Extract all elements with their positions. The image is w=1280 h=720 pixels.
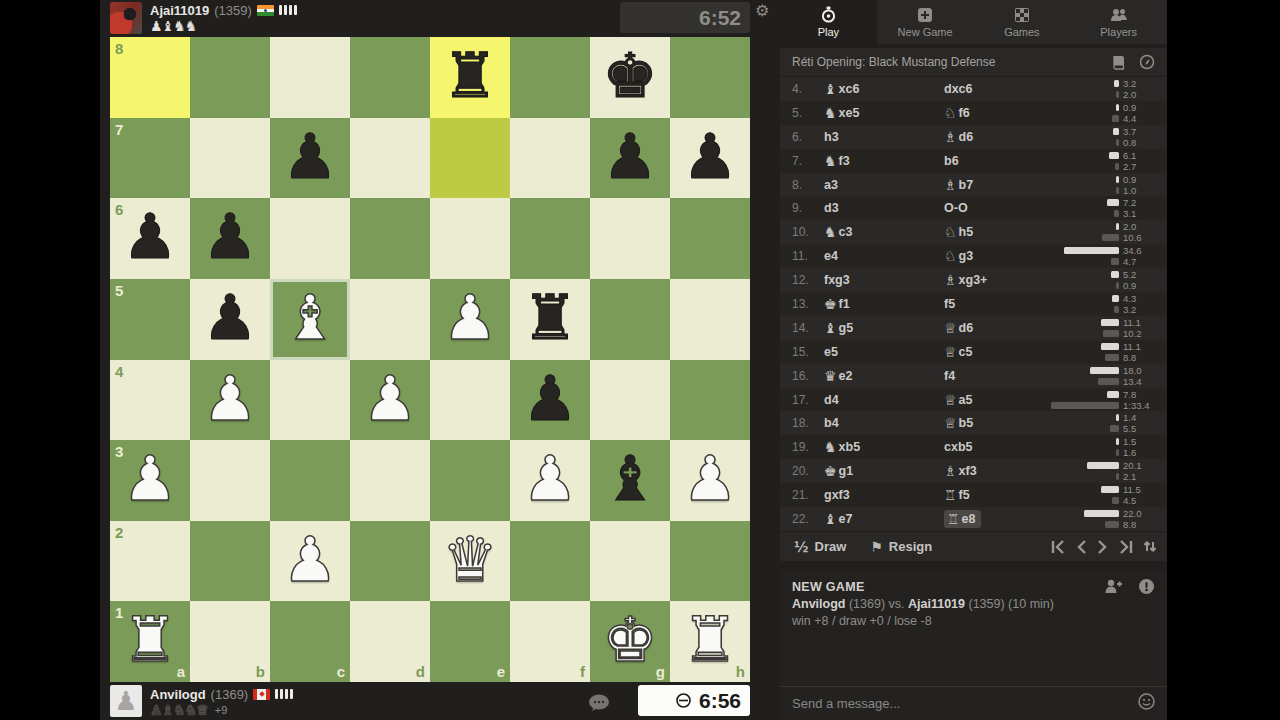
time-bar — [1116, 414, 1119, 421]
white-move[interactable]: h3 — [810, 130, 930, 144]
black-move[interactable]: ♗b7 — [930, 177, 1050, 193]
move-san: a3 — [824, 178, 838, 192]
chat-bubble-icon[interactable] — [588, 694, 612, 712]
black-move[interactable]: ♗xf3 — [930, 463, 1050, 479]
move-row-15: 15.e5♕c511.18.8 — [780, 340, 1167, 364]
move-san: b7 — [959, 178, 974, 192]
move-san: gxf3 — [824, 488, 850, 502]
white-queen-e2[interactable]: ♛ — [430, 521, 510, 602]
square-f7[interactable] — [510, 118, 590, 199]
white-move[interactable]: gxf3 — [810, 488, 930, 502]
move-times: 11.110.2 — [1101, 316, 1159, 340]
time-bar — [1090, 367, 1119, 374]
square-a2[interactable]: 2 — [110, 521, 190, 602]
move-number: 13. — [780, 297, 810, 311]
player-name-text: Ajai11019 — [908, 597, 965, 611]
square-c5[interactable]: ♝ — [270, 279, 350, 360]
move-san: e2 — [839, 369, 853, 383]
square-b4[interactable]: ♟ — [190, 360, 270, 441]
square-h6[interactable] — [670, 198, 750, 279]
white-bishop-c5[interactable]: ♝ — [270, 279, 350, 360]
time-value: 5.5 — [1123, 423, 1159, 434]
time-value: 2.0 — [1123, 221, 1159, 232]
time-value: 1.4 — [1123, 412, 1159, 423]
move-row-14: 14.♝g5♕d611.110.2 — [780, 316, 1167, 340]
summary-text: (10 min) — [1008, 597, 1054, 611]
black-move[interactable]: f5 — [930, 297, 1050, 311]
move-number: 22. — [780, 512, 810, 526]
time-value: 1:33.4 — [1123, 400, 1159, 411]
knight-figurine: ♞ — [824, 153, 837, 169]
time-value: 1.5 — [1123, 436, 1159, 447]
move-number: 14. — [780, 321, 810, 335]
white-move[interactable]: ♝g5 — [810, 320, 930, 336]
tab-players[interactable]: Players — [1070, 0, 1167, 44]
opening-bar: Réti Opening: Black Mustang Defense — [780, 48, 1167, 76]
time-bar — [1116, 91, 1119, 98]
top-player-bar: Ajai11019 (1359) ♟♝♞♞ 6:52 — [110, 0, 750, 37]
time-bar — [1102, 234, 1119, 241]
move-san: e5 — [824, 345, 838, 359]
time-value: 8.8 — [1123, 352, 1159, 363]
time-bar — [1101, 319, 1119, 326]
move-san: dxc6 — [944, 82, 973, 96]
square-a3[interactable]: 3♟ — [110, 440, 190, 521]
alert-icon[interactable] — [1138, 578, 1155, 595]
square-c6[interactable] — [270, 198, 350, 279]
time-bar — [1101, 486, 1119, 493]
white-move[interactable]: fxg3 — [810, 273, 930, 287]
time-bar — [1116, 473, 1119, 480]
top-player-name[interactable]: Ajai11019 — [150, 3, 209, 18]
move-times: 0.91.0 — [1116, 173, 1159, 197]
time-bar — [1116, 139, 1119, 146]
square-g6[interactable] — [590, 198, 670, 279]
current-move-chip[interactable]: ♖e8 — [944, 510, 981, 528]
square-a6[interactable]: 6♟ — [110, 198, 190, 279]
black-move[interactable]: ♗d6 — [930, 129, 1050, 145]
compass-icon[interactable] — [1139, 54, 1155, 70]
rating-odds: win +8 / draw +0 / lose -8 — [792, 614, 932, 628]
move-san: b5 — [959, 416, 974, 430]
black-move[interactable]: dxc6 — [930, 82, 1050, 96]
bishop-figurine: ♝ — [824, 511, 837, 527]
time-bar — [1114, 306, 1119, 313]
file-label-f: f — [580, 663, 585, 680]
bottom-player-avatar[interactable]: ♟ — [110, 685, 142, 717]
time-value: 6.1 — [1123, 150, 1159, 161]
time-value: 0.9 — [1123, 174, 1159, 185]
time-value: 34.6 — [1123, 245, 1159, 256]
time-value: 0.9 — [1123, 102, 1159, 113]
square-b1[interactable]: b — [190, 601, 270, 682]
move-number: 9. — [780, 201, 810, 215]
black-pawn-g7[interactable]: ♟ — [590, 118, 670, 199]
square-h1[interactable]: h♜ — [670, 601, 750, 682]
black-move[interactable]: O-O — [930, 201, 1050, 215]
time-value: 13.4 — [1123, 376, 1159, 387]
tab-new-game[interactable]: New Game — [877, 0, 974, 44]
flip-board-button[interactable] — [1143, 539, 1157, 554]
move-times: 5.20.9 — [1111, 268, 1159, 292]
black-move[interactable]: ♘g3 — [930, 248, 1050, 264]
india-flag-icon — [257, 5, 274, 16]
draw-button[interactable]: ½ Draw — [794, 539, 846, 555]
square-c4[interactable] — [270, 360, 350, 441]
square-e5[interactable]: ♟ — [430, 279, 510, 360]
time-bar — [1113, 128, 1119, 135]
move-times: 6.12.7 — [1109, 149, 1159, 173]
move-san: e8 — [962, 512, 976, 526]
tab-play[interactable]: Play — [780, 0, 877, 44]
square-e6[interactable] — [430, 198, 510, 279]
last-move-button[interactable] — [1118, 540, 1133, 554]
move-san: f4 — [944, 369, 955, 383]
square-b8[interactable] — [190, 37, 270, 118]
bottom-player-clock: 6:56 — [638, 685, 750, 716]
file-label-b: b — [256, 663, 265, 680]
black-move[interactable]: ♘h5 — [930, 224, 1050, 240]
square-a4[interactable]: 4 — [110, 360, 190, 441]
black-bishop-g3[interactable]: ♝ — [590, 440, 670, 521]
time-bar — [1112, 497, 1119, 504]
queen-figurine: ♕ — [944, 344, 957, 360]
bottom-player-name[interactable]: Anvilogd — [150, 687, 206, 702]
black-king-g8[interactable]: ♚ — [590, 37, 670, 118]
square-e1[interactable]: e — [430, 601, 510, 682]
square-b7[interactable] — [190, 118, 270, 199]
queen-figurine: ♕ — [944, 415, 957, 431]
move-san: g5 — [839, 321, 854, 335]
bishop-figurine: ♝ — [824, 320, 837, 336]
white-pawn-b4[interactable]: ♟ — [190, 360, 270, 441]
move-times: 7.81:33.4 — [1051, 388, 1159, 412]
white-pawn-f3[interactable]: ♟ — [510, 440, 590, 521]
square-d6[interactable] — [350, 198, 430, 279]
signal-bars-icon — [275, 689, 293, 699]
square-c2[interactable]: ♟ — [270, 521, 350, 602]
black-move[interactable]: b6 — [930, 154, 1050, 168]
square-d8[interactable] — [350, 37, 430, 118]
move-times: 7.23.1 — [1107, 196, 1159, 220]
move-number: 6. — [780, 130, 810, 144]
square-e2[interactable]: ♛ — [430, 521, 510, 602]
black-move[interactable]: ♕c5 — [930, 344, 1050, 360]
move-times: 1.51.6 — [1116, 435, 1159, 459]
players-icon — [1110, 7, 1128, 23]
black-pawn-a6[interactable]: ♟ — [110, 198, 190, 279]
move-times: 34.64.7 — [1064, 244, 1159, 268]
move-number: 12. — [780, 273, 810, 287]
time-bar — [1064, 247, 1119, 254]
move-san: f6 — [959, 106, 970, 120]
square-c3[interactable] — [270, 440, 350, 521]
white-pawn-d4[interactable]: ♟ — [350, 360, 430, 441]
move-row-21: 21.gxf3♖f511.54.5 — [780, 483, 1167, 507]
white-move[interactable]: a3 — [810, 178, 930, 192]
white-move[interactable]: b4 — [810, 416, 930, 430]
white-move[interactable]: ♞f3 — [810, 153, 930, 169]
move-times: 20.12.1 — [1087, 459, 1159, 483]
square-h7[interactable]: ♟ — [670, 118, 750, 199]
square-c7[interactable]: ♟ — [270, 118, 350, 199]
bishop-figurine: ♗ — [944, 129, 957, 145]
square-h8[interactable] — [670, 37, 750, 118]
white-rook-a1[interactable]: ♜ — [110, 601, 190, 682]
square-e4[interactable] — [430, 360, 510, 441]
square-a7[interactable]: 7 — [110, 118, 190, 199]
black-move[interactable]: ♖e8 — [930, 510, 1050, 528]
white-pawn-h3[interactable]: ♟ — [670, 440, 750, 521]
move-san: c5 — [959, 345, 973, 359]
white-move[interactable]: e5 — [810, 345, 930, 359]
move-row-10: 10.♞c3♘h52.010.6 — [780, 220, 1167, 244]
square-g5[interactable] — [590, 279, 670, 360]
file-label-e: e — [497, 663, 505, 680]
flag-icon: ⚑ — [870, 539, 883, 555]
canada-flag-icon — [253, 689, 270, 700]
time-value: 11.1 — [1123, 317, 1159, 328]
time-bar — [1110, 425, 1119, 432]
game-controls: ½ Draw ⚑ Resign — [780, 532, 1167, 561]
white-move[interactable]: ♞c3 — [810, 224, 930, 240]
move-san: e7 — [839, 512, 853, 526]
time-bar — [1087, 462, 1119, 469]
time-value: 4.4 — [1123, 113, 1159, 124]
time-value: 4.7 — [1123, 256, 1159, 267]
move-san: d6 — [959, 130, 974, 144]
black-move[interactable]: ♗xg3+ — [930, 272, 1050, 288]
square-d3[interactable] — [350, 440, 430, 521]
time-bar — [1116, 282, 1119, 289]
move-list: 4.♝xc6dxc63.22.05.♞xe5♘f60.94.46.h3♗d63.… — [780, 77, 1167, 531]
move-row-8: 8.a3♗b70.91.0 — [780, 173, 1167, 197]
square-d4[interactable]: ♟ — [350, 360, 430, 441]
first-move-button[interactable] — [1051, 540, 1066, 554]
square-d2[interactable] — [350, 521, 430, 602]
square-f6[interactable] — [510, 198, 590, 279]
move-san: d6 — [959, 321, 974, 335]
emoji-icon[interactable] — [1138, 693, 1167, 714]
move-san: b4 — [824, 416, 839, 430]
time-value: 22.0 — [1123, 508, 1159, 519]
move-san: fxg3 — [824, 273, 850, 287]
square-b5[interactable]: ♟ — [190, 279, 270, 360]
time-value: 3.7 — [1123, 126, 1159, 137]
black-pawn-c7[interactable]: ♟ — [270, 118, 350, 199]
move-san: h5 — [959, 225, 974, 239]
black-move[interactable]: ♖f5 — [930, 487, 1050, 503]
next-move-button[interactable] — [1097, 540, 1108, 554]
square-b2[interactable] — [190, 521, 270, 602]
black-move[interactable]: ♕d6 — [930, 320, 1050, 336]
black-rook-e8[interactable]: ♜ — [430, 37, 510, 118]
knight-figurine: ♘ — [944, 224, 957, 240]
time-value: 7.8 — [1123, 389, 1159, 400]
square-f5[interactable]: ♜ — [510, 279, 590, 360]
square-f8[interactable] — [510, 37, 590, 118]
black-move[interactable]: cxb5 — [930, 440, 1050, 454]
white-move[interactable]: d3 — [810, 201, 930, 215]
tab-games[interactable]: Games — [974, 0, 1071, 44]
square-f4[interactable]: ♟ — [510, 360, 590, 441]
move-san: xf3 — [959, 464, 977, 478]
white-move[interactable]: e4 — [810, 249, 930, 263]
resign-button[interactable]: ⚑ Resign — [870, 539, 932, 555]
move-row-12: 12.fxg3♗xg3+5.20.9 — [780, 268, 1167, 292]
chat-input[interactable]: Send a message... — [780, 696, 1138, 711]
bishop-figurine: ♗ — [944, 177, 957, 193]
white-move[interactable]: ♞xe5 — [810, 105, 930, 121]
move-times: 3.22.0 — [1114, 77, 1159, 101]
square-d7[interactable] — [350, 118, 430, 199]
black-pawn-b5[interactable]: ♟ — [190, 279, 270, 360]
summary-text: (1369) — [845, 597, 888, 611]
square-g2[interactable] — [590, 521, 670, 602]
time-bar — [1084, 510, 1119, 517]
time-bar — [1103, 330, 1119, 337]
square-g4[interactable] — [590, 360, 670, 441]
white-move[interactable]: ♛e2 — [810, 368, 930, 384]
black-rook-f5[interactable]: ♜ — [510, 279, 590, 360]
bishop-figurine: ♝ — [824, 81, 837, 97]
move-san: e4 — [824, 249, 838, 263]
white-pawn-e5[interactable]: ♟ — [430, 279, 510, 360]
new-game-panel: NEW GAME Anvilogd (1369) vs. Ajai11019 (… — [780, 570, 1167, 686]
book-icon[interactable] — [1111, 54, 1127, 70]
prev-move-button[interactable] — [1076, 540, 1087, 554]
top-player-rating: (1359) — [214, 3, 252, 18]
time-value: 18.0 — [1123, 365, 1159, 376]
square-b3[interactable] — [190, 440, 270, 521]
stopwatch-icon — [820, 6, 837, 23]
black-move[interactable]: ♕b5 — [930, 415, 1050, 431]
square-c8[interactable] — [270, 37, 350, 118]
square-a5[interactable]: 5 — [110, 279, 190, 360]
time-value: 20.1 — [1123, 460, 1159, 471]
white-move[interactable]: ♝e7 — [810, 511, 930, 527]
white-move[interactable]: ♝xc6 — [810, 81, 930, 97]
rank-label-2: 2 — [115, 524, 123, 541]
challenge-player-icon[interactable] — [1104, 578, 1122, 594]
square-h2[interactable] — [670, 521, 750, 602]
time-value: 3.1 — [1123, 208, 1159, 219]
black-move[interactable]: ♕a5 — [930, 392, 1050, 408]
black-pawn-b6[interactable]: ♟ — [190, 198, 270, 279]
time-bar — [1114, 80, 1119, 87]
knight-figurine: ♘ — [944, 248, 957, 264]
right-panel: Play New Game Games Players Réti Opening… — [780, 0, 1167, 720]
white-pawn-a3[interactable]: ♟ — [110, 440, 190, 521]
summary-text: vs. — [889, 597, 908, 611]
gear-icon[interactable]: ⚙ — [755, 1, 769, 20]
square-g7[interactable]: ♟ — [590, 118, 670, 199]
time-value: 2.1 — [1123, 471, 1159, 482]
time-value: 11.1 — [1123, 341, 1159, 352]
opening-name[interactable]: Réti Opening: Black Mustang Defense — [780, 55, 1111, 69]
time-value: 4.3 — [1123, 293, 1159, 304]
file-label-c: c — [337, 663, 345, 680]
square-e7[interactable] — [430, 118, 510, 199]
square-e3[interactable] — [430, 440, 510, 521]
clock-icon — [675, 692, 692, 709]
white-move[interactable]: ♞xb5 — [810, 439, 930, 455]
bishop-figurine: ♗ — [944, 463, 957, 479]
time-bar — [1051, 402, 1119, 409]
white-move[interactable]: ♚f1 — [810, 296, 930, 312]
knight-figurine: ♘ — [944, 105, 957, 121]
square-h3[interactable]: ♟ — [670, 440, 750, 521]
black-pawn-f4[interactable]: ♟ — [510, 360, 590, 441]
time-bar — [1111, 258, 1119, 265]
time-bar — [1107, 199, 1119, 206]
square-g8[interactable]: ♚ — [590, 37, 670, 118]
material-advantage: +9 — [215, 704, 228, 716]
move-number: 16. — [780, 369, 810, 383]
white-pawn-c2[interactable]: ♟ — [270, 521, 350, 602]
square-a8[interactable]: 8 — [110, 37, 190, 118]
bottom-player-bar: ♟ Anvilogd (1369) ♟♝♞♞♛+9 6:56 — [110, 685, 750, 720]
move-row-5: 5.♞xe5♘f60.94.4 — [780, 101, 1167, 125]
white-move[interactable]: d4 — [810, 393, 930, 407]
square-c1[interactable]: c — [270, 601, 350, 682]
rank-label-7: 7 — [115, 121, 123, 138]
time-bar — [1116, 176, 1119, 183]
square-a1[interactable]: 1a♜ — [110, 601, 190, 682]
move-times: 11.18.8 — [1101, 340, 1159, 364]
move-times: 22.08.8 — [1084, 507, 1159, 531]
top-player-clock: 6:52 — [620, 2, 750, 33]
black-move[interactable]: ♘f6 — [930, 105, 1050, 121]
move-number: 8. — [780, 178, 810, 192]
white-rook-h1[interactable]: ♜ — [670, 601, 750, 682]
square-h4[interactable] — [670, 360, 750, 441]
rank-label-4: 4 — [115, 363, 123, 380]
top-player-avatar[interactable] — [110, 2, 142, 34]
time-value: 8.8 — [1123, 519, 1159, 530]
square-f3[interactable]: ♟ — [510, 440, 590, 521]
white-king-g1[interactable]: ♚ — [590, 601, 670, 682]
move-number: 21. — [780, 488, 810, 502]
square-f2[interactable] — [510, 521, 590, 602]
square-d1[interactable]: d — [350, 601, 430, 682]
move-times: 1.45.5 — [1110, 411, 1159, 435]
time-bar — [1116, 449, 1119, 456]
black-pawn-h7[interactable]: ♟ — [670, 118, 750, 199]
top-captured-pieces: ♟♝♞♞ — [150, 18, 198, 34]
time-value: 3.2 — [1123, 78, 1159, 89]
summary-text: (1359) — [965, 597, 1008, 611]
square-g1[interactable]: g♚ — [590, 601, 670, 682]
time-bar — [1112, 115, 1119, 122]
square-h5[interactable] — [670, 279, 750, 360]
white-move[interactable]: ♚g1 — [810, 463, 930, 479]
square-b6[interactable]: ♟ — [190, 198, 270, 279]
nav-tabs: Play New Game Games Players — [780, 0, 1167, 44]
rook-figurine: ♖ — [944, 487, 957, 503]
move-san: xe5 — [839, 106, 860, 120]
square-d5[interactable] — [350, 279, 430, 360]
move-san: g1 — [839, 464, 854, 478]
black-move[interactable]: f4 — [930, 369, 1050, 383]
time-bar — [1116, 104, 1119, 111]
square-g3[interactable]: ♝ — [590, 440, 670, 521]
king-figurine: ♚ — [824, 296, 837, 312]
square-e8[interactable]: ♜ — [430, 37, 510, 118]
move-san: xg3+ — [959, 273, 988, 287]
match-summary: Anvilogd (1369) vs. Ajai11019 (1359) (10… — [792, 597, 1054, 611]
square-f1[interactable]: f — [510, 601, 590, 682]
